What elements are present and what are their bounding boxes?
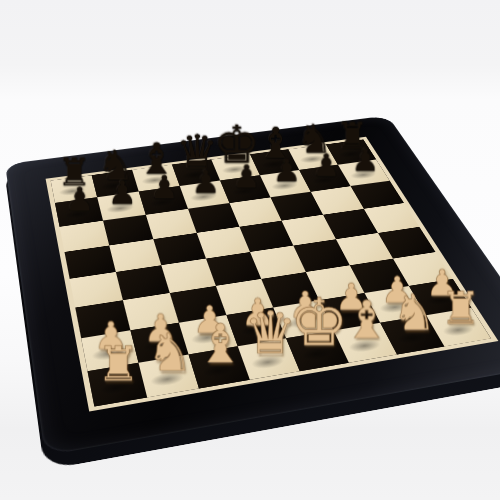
- piece-black-pawn-h7[interactable]: ♟: [351, 145, 379, 174]
- piece-black-pawn-g7[interactable]: ♟: [312, 151, 340, 180]
- square-b4[interactable]: [116, 265, 170, 300]
- square-b6[interactable]: [103, 215, 153, 246]
- square-a7[interactable]: ♟: [55, 197, 103, 226]
- piece-white-bishop-f1[interactable]: ♝: [343, 296, 390, 346]
- piece-black-pawn-c7[interactable]: ♟: [150, 172, 179, 202]
- piece-white-rook-a1[interactable]: ♜: [96, 342, 139, 387]
- piece-black-pawn-d7[interactable]: ♟: [191, 167, 219, 197]
- piece-white-bishop-c1[interactable]: ♝: [196, 319, 244, 370]
- board-squares: ♜♞♝♛♚♝♞♜♟♟♟♟♟♟♟♟♟♟♟♟♟♟♟♟♜♞♝♛♚♝♞♜: [46, 137, 499, 412]
- square-c1[interactable]: ♝: [189, 346, 250, 388]
- perspective-container: ♜♞♝♛♚♝♞♜♟♟♟♟♟♟♟♟♟♟♟♟♟♟♟♟♜♞♝♛♚♝♞♜: [0, 0, 500, 500]
- piece-white-knight-b1[interactable]: ♞: [146, 330, 193, 379]
- square-d1[interactable]: ♛: [238, 338, 300, 379]
- board-frame: ♜♞♝♛♚♝♞♜♟♟♟♟♟♟♟♟♟♟♟♟♟♟♟♟♜♞♝♛♚♝♞♜: [5, 115, 500, 455]
- piece-black-pawn-f7[interactable]: ♟: [272, 156, 300, 186]
- piece-white-queen-d1[interactable]: ♛: [243, 306, 296, 362]
- square-a1[interactable]: ♜: [88, 363, 148, 407]
- piece-white-king-e1[interactable]: ♚: [289, 292, 347, 354]
- piece-black-pawn-b7[interactable]: ♟: [107, 178, 136, 209]
- square-a6[interactable]: [60, 221, 110, 252]
- chessboard: ♜♞♝♛♚♝♞♜♟♟♟♟♟♟♟♟♟♟♟♟♟♟♟♟♜♞♝♛♚♝♞♜: [5, 115, 500, 455]
- piece-black-pawn-a7[interactable]: ♟: [65, 183, 94, 214]
- piece-white-rook-h1[interactable]: ♜: [440, 287, 480, 330]
- piece-black-pawn-e7[interactable]: ♟: [232, 161, 260, 191]
- photo-backdrop: ♜♞♝♛♚♝♞♜♟♟♟♟♟♟♟♟♟♟♟♟♟♟♟♟♜♞♝♛♚♝♞♜: [0, 0, 500, 500]
- piece-white-knight-g1[interactable]: ♞: [391, 290, 436, 337]
- square-b1[interactable]: ♞: [139, 354, 199, 397]
- square-d7[interactable]: ♟: [180, 181, 230, 209]
